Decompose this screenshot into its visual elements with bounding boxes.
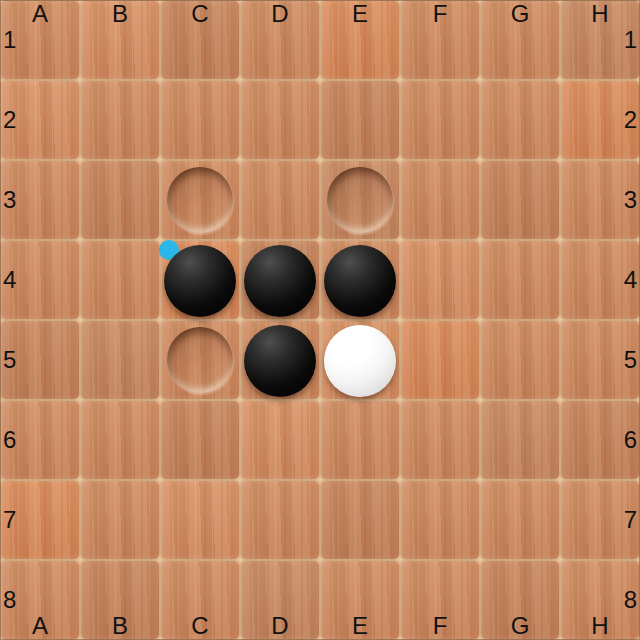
wood-tile: [321, 401, 399, 479]
cell-F3[interactable]: [400, 160, 480, 240]
wood-tile: [81, 1, 159, 79]
wood-tile: [561, 81, 639, 159]
wood-tile: [241, 561, 319, 639]
wood-tile: [1, 81, 79, 159]
wood-tile: [1, 561, 79, 639]
legal-move-hole-E3[interactable]: [327, 167, 393, 233]
cell-B5[interactable]: [80, 320, 160, 400]
cell-C1[interactable]: [160, 0, 240, 80]
wood-tile: [241, 81, 319, 159]
cell-H3[interactable]: [560, 160, 640, 240]
wood-tile: [481, 481, 559, 559]
cell-F6[interactable]: [400, 400, 480, 480]
cell-G3[interactable]: [480, 160, 560, 240]
cell-A2[interactable]: [0, 80, 80, 160]
cell-H2[interactable]: [560, 80, 640, 160]
cell-E8[interactable]: [320, 560, 400, 640]
cell-B4[interactable]: [80, 240, 160, 320]
cell-C2[interactable]: [160, 80, 240, 160]
cell-C8[interactable]: [160, 560, 240, 640]
wood-tile: [561, 1, 639, 79]
wood-tile: [481, 321, 559, 399]
wood-tile: [481, 561, 559, 639]
cell-H8[interactable]: [560, 560, 640, 640]
wood-tile: [1, 481, 79, 559]
cell-D5[interactable]: [240, 320, 320, 400]
wood-tile: [401, 81, 479, 159]
wood-tile: [401, 401, 479, 479]
wood-tile: [401, 1, 479, 79]
wood-tile: [401, 161, 479, 239]
black-disc-E4: [324, 245, 396, 317]
wood-tile: [321, 81, 399, 159]
cell-A1[interactable]: [0, 0, 80, 80]
wood-tile: [1, 401, 79, 479]
cell-F7[interactable]: [400, 480, 480, 560]
cell-E7[interactable]: [320, 480, 400, 560]
wood-tile: [401, 321, 479, 399]
cell-C5[interactable]: [160, 320, 240, 400]
cell-F8[interactable]: [400, 560, 480, 640]
wood-tile: [561, 321, 639, 399]
wood-tile: [481, 241, 559, 319]
legal-move-hole-C3[interactable]: [167, 167, 233, 233]
cell-B7[interactable]: [80, 480, 160, 560]
wood-tile: [401, 241, 479, 319]
wood-tile: [481, 401, 559, 479]
legal-move-hole-C5[interactable]: [167, 327, 233, 393]
wood-tile: [241, 401, 319, 479]
cell-A7[interactable]: [0, 480, 80, 560]
wood-tile: [81, 321, 159, 399]
cell-B8[interactable]: [80, 560, 160, 640]
wood-tile: [161, 481, 239, 559]
wood-tile: [561, 401, 639, 479]
cell-H1[interactable]: [560, 0, 640, 80]
cell-D3[interactable]: [240, 160, 320, 240]
cell-E4[interactable]: [320, 240, 400, 320]
wood-tile: [241, 1, 319, 79]
cell-H5[interactable]: [560, 320, 640, 400]
wood-tile: [481, 81, 559, 159]
wood-tile: [561, 481, 639, 559]
wood-tile: [401, 561, 479, 639]
wood-tile: [81, 81, 159, 159]
cell-B6[interactable]: [80, 400, 160, 480]
cell-G1[interactable]: [480, 0, 560, 80]
cell-A5[interactable]: [0, 320, 80, 400]
wood-tile: [1, 241, 79, 319]
cell-B1[interactable]: [80, 0, 160, 80]
black-disc-C4: [164, 245, 236, 317]
cell-D4[interactable]: [240, 240, 320, 320]
cell-E2[interactable]: [320, 80, 400, 160]
wood-tile: [561, 161, 639, 239]
wood-tile: [161, 81, 239, 159]
wood-tile: [321, 561, 399, 639]
cell-A8[interactable]: [0, 560, 80, 640]
cell-H7[interactable]: [560, 480, 640, 560]
wood-tile: [161, 1, 239, 79]
cell-B2[interactable]: [80, 80, 160, 160]
cell-E3[interactable]: [320, 160, 400, 240]
wood-tile: [1, 161, 79, 239]
wood-tile: [481, 161, 559, 239]
wood-tile: [81, 241, 159, 319]
cell-D6[interactable]: [240, 400, 320, 480]
cell-C7[interactable]: [160, 480, 240, 560]
cell-G7[interactable]: [480, 480, 560, 560]
wood-tile: [81, 401, 159, 479]
cell-F4[interactable]: [400, 240, 480, 320]
black-disc-D5: [244, 325, 316, 397]
wood-tile: [241, 481, 319, 559]
wood-tile: [81, 161, 159, 239]
cell-H4[interactable]: [560, 240, 640, 320]
cell-C6[interactable]: [160, 400, 240, 480]
cell-G2[interactable]: [480, 80, 560, 160]
cell-F2[interactable]: [400, 80, 480, 160]
cell-H6[interactable]: [560, 400, 640, 480]
wood-tile: [161, 561, 239, 639]
cell-G4[interactable]: [480, 240, 560, 320]
white-disc-E5: [324, 325, 396, 397]
wood-tile: [481, 1, 559, 79]
cell-B3[interactable]: [80, 160, 160, 240]
black-disc-D4: [244, 245, 316, 317]
wood-tile: [321, 1, 399, 79]
wood-tile: [81, 481, 159, 559]
cell-F5[interactable]: [400, 320, 480, 400]
cell-G8[interactable]: [480, 560, 560, 640]
wood-tile: [321, 481, 399, 559]
cell-E1[interactable]: [320, 0, 400, 80]
cell-A6[interactable]: [0, 400, 80, 480]
wood-tile: [1, 321, 79, 399]
cell-C3[interactable]: [160, 160, 240, 240]
othello-board: AABBCCDDEEFFGGHH1122334455667788: [0, 0, 640, 640]
wood-tile: [241, 161, 319, 239]
cell-E6[interactable]: [320, 400, 400, 480]
wood-tile: [1, 1, 79, 79]
wood-tile: [81, 561, 159, 639]
wood-tile: [161, 401, 239, 479]
wood-tile: [401, 481, 479, 559]
wood-tile: [561, 241, 639, 319]
cell-A3[interactable]: [0, 160, 80, 240]
cell-F1[interactable]: [400, 0, 480, 80]
cell-E5[interactable]: [320, 320, 400, 400]
cell-D7[interactable]: [240, 480, 320, 560]
cell-G5[interactable]: [480, 320, 560, 400]
board-grid: [0, 0, 640, 640]
cell-C4[interactable]: [160, 240, 240, 320]
cell-D8[interactable]: [240, 560, 320, 640]
cell-A4[interactable]: [0, 240, 80, 320]
wood-tile: [561, 561, 639, 639]
cell-D1[interactable]: [240, 0, 320, 80]
cell-D2[interactable]: [240, 80, 320, 160]
cell-G6[interactable]: [480, 400, 560, 480]
